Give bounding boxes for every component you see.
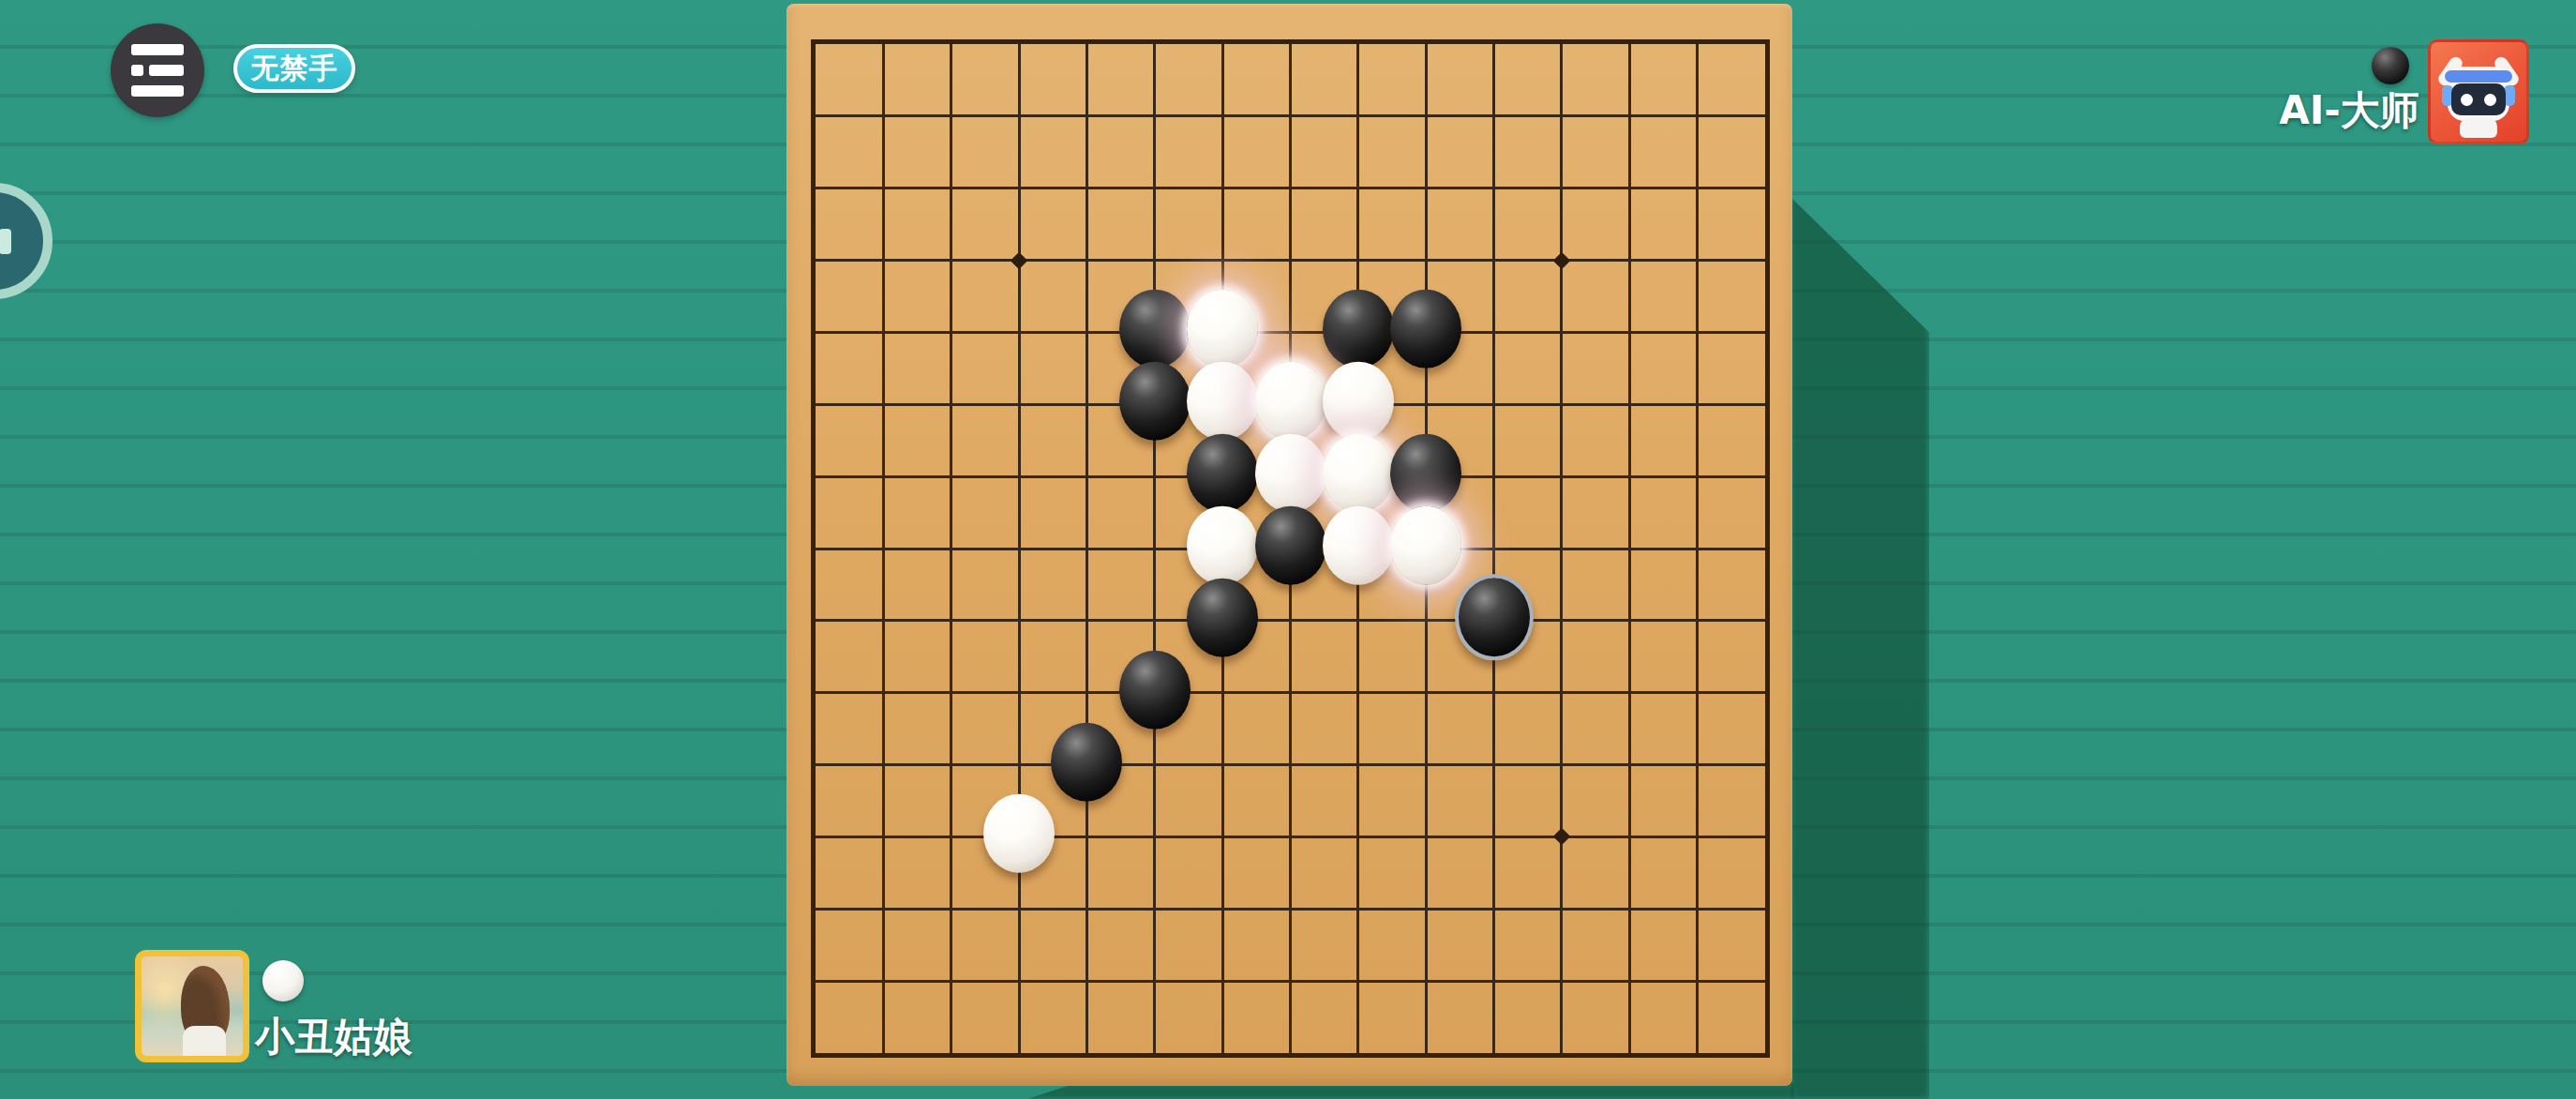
stone-white [983,794,1055,873]
avatar-photo-shirt [183,1026,226,1060]
pause-icon [0,229,11,254]
ai-stone-color-icon [2372,47,2409,84]
board-shadow-right [1790,197,1929,1099]
robot-visor [2451,83,2506,115]
stone-white [1255,362,1326,441]
stone-white [1187,506,1258,585]
stone-white [1323,434,1394,513]
hamburger-bar-middle [131,65,184,76]
robot-helmet-band [2445,70,2512,83]
stone-black [1455,574,1534,660]
stone-white [1187,290,1258,369]
stone-black [1119,290,1191,369]
stone-white [1390,506,1461,585]
stone-black [1051,722,1122,801]
robot-body [2460,117,2497,138]
hamburger-bar-bottom [131,85,184,97]
stone-black [1255,506,1326,585]
robot-eye-left [2461,94,2473,106]
menu-button[interactable] [111,23,204,117]
rule-badge: 无禁手 [233,44,355,93]
stone-white [1187,362,1258,441]
rule-badge-label: 无禁手 [251,50,338,88]
stone-black [1390,290,1461,369]
stone-black [1119,362,1191,441]
hamburger-bar-top [131,44,184,55]
hamburger-bar-middle-long [149,65,184,76]
player-stone-color-icon [262,960,304,1001]
hamburger-chip [131,65,143,76]
hamburger-icon [131,44,184,97]
ai-player-name: AI-大师 [2255,84,2443,137]
stone-white [1323,362,1394,441]
board-shadow-bottom [1027,1084,1794,1099]
stone-white [1255,434,1326,513]
stone-black [1187,434,1258,513]
stone-black [1323,290,1394,369]
player-avatar[interactable] [135,950,249,1062]
stone-black [1390,434,1461,513]
stone-black [1187,578,1258,656]
stone-white [1323,506,1394,585]
robot-eye-right [2484,94,2496,106]
player-name: 小丑姑娘 [255,1011,412,1063]
ai-avatar [2428,39,2529,144]
stone-black [1119,650,1191,729]
board[interactable] [786,4,1792,1086]
